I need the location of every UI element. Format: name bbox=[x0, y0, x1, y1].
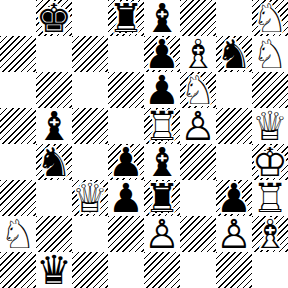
square-b3[interactable] bbox=[36, 180, 72, 216]
square-d8[interactable]: ♜♜ bbox=[108, 0, 144, 36]
piece-glyph: ♞ bbox=[36, 144, 72, 180]
square-c3[interactable]: ♛♕ bbox=[72, 180, 108, 216]
square-h7[interactable]: ♞♘ bbox=[252, 36, 288, 72]
piece-glyph: ♗ bbox=[252, 216, 288, 252]
square-d2[interactable] bbox=[108, 216, 144, 252]
black-knight-piece: ♞♞ bbox=[36, 144, 72, 180]
square-c8[interactable] bbox=[72, 0, 108, 36]
square-f4[interactable] bbox=[180, 144, 216, 180]
piece-glyph: ♟ bbox=[108, 180, 144, 216]
square-d1[interactable] bbox=[108, 252, 144, 288]
white-knight-piece: ♞♘ bbox=[0, 216, 36, 252]
square-g1[interactable] bbox=[216, 252, 252, 288]
piece-glyph: ♚ bbox=[36, 0, 72, 36]
black-pawn-piece: ♟♟ bbox=[108, 180, 144, 216]
piece-glyph: ♜ bbox=[108, 0, 144, 36]
black-rook-piece: ♜♜ bbox=[108, 0, 144, 36]
piece-glyph: ♙ bbox=[180, 108, 216, 144]
square-c6[interactable] bbox=[72, 72, 108, 108]
square-f5[interactable]: ♟♙ bbox=[180, 108, 216, 144]
square-b7[interactable] bbox=[36, 36, 72, 72]
square-c1[interactable] bbox=[72, 252, 108, 288]
piece-glyph: ♛ bbox=[36, 252, 72, 288]
square-c2[interactable] bbox=[72, 216, 108, 252]
square-a4[interactable] bbox=[0, 144, 36, 180]
black-knight-piece: ♞♞ bbox=[216, 36, 252, 72]
piece-glyph: ♙ bbox=[216, 216, 252, 252]
piece-glyph: ♘ bbox=[252, 36, 288, 72]
square-e2[interactable]: ♟♙ bbox=[144, 216, 180, 252]
square-a5[interactable] bbox=[0, 108, 36, 144]
square-g2[interactable]: ♟♙ bbox=[216, 216, 252, 252]
white-pawn-piece: ♟♙ bbox=[144, 216, 180, 252]
square-b1[interactable]: ♛♛ bbox=[36, 252, 72, 288]
square-d7[interactable] bbox=[108, 36, 144, 72]
square-g6[interactable] bbox=[216, 72, 252, 108]
square-a7[interactable] bbox=[0, 36, 36, 72]
square-d6[interactable] bbox=[108, 72, 144, 108]
square-e1[interactable] bbox=[144, 252, 180, 288]
square-h2[interactable]: ♝♗ bbox=[252, 216, 288, 252]
white-bishop-piece: ♝♗ bbox=[252, 216, 288, 252]
square-f1[interactable] bbox=[180, 252, 216, 288]
square-a8[interactable] bbox=[0, 0, 36, 36]
chess-board: ♚♚♜♜♝♝♞♘♟♟♝♗♞♞♞♘♟♟♞♘♝♝♜♖♟♙♛♕♞♞♟♟♝♝♚♔♛♕♟♟… bbox=[0, 0, 288, 288]
square-c5[interactable] bbox=[72, 108, 108, 144]
piece-glyph: ♘ bbox=[0, 216, 36, 252]
white-knight-piece: ♞♘ bbox=[252, 36, 288, 72]
square-h1[interactable] bbox=[252, 252, 288, 288]
white-pawn-piece: ♟♙ bbox=[216, 216, 252, 252]
square-d3[interactable]: ♟♟ bbox=[108, 180, 144, 216]
white-queen-piece: ♛♕ bbox=[72, 180, 108, 216]
square-g5[interactable] bbox=[216, 108, 252, 144]
black-queen-piece: ♛♛ bbox=[36, 252, 72, 288]
white-pawn-piece: ♟♙ bbox=[180, 108, 216, 144]
square-c7[interactable] bbox=[72, 36, 108, 72]
square-a1[interactable] bbox=[0, 252, 36, 288]
square-b4[interactable]: ♞♞ bbox=[36, 144, 72, 180]
piece-glyph: ♕ bbox=[72, 180, 108, 216]
square-a6[interactable] bbox=[0, 72, 36, 108]
square-a2[interactable]: ♞♘ bbox=[0, 216, 36, 252]
square-f3[interactable] bbox=[180, 180, 216, 216]
square-g7[interactable]: ♞♞ bbox=[216, 36, 252, 72]
square-b8[interactable]: ♚♚ bbox=[36, 0, 72, 36]
piece-glyph: ♙ bbox=[144, 216, 180, 252]
square-f2[interactable] bbox=[180, 216, 216, 252]
piece-glyph: ♞ bbox=[216, 36, 252, 72]
black-king-piece: ♚♚ bbox=[36, 0, 72, 36]
